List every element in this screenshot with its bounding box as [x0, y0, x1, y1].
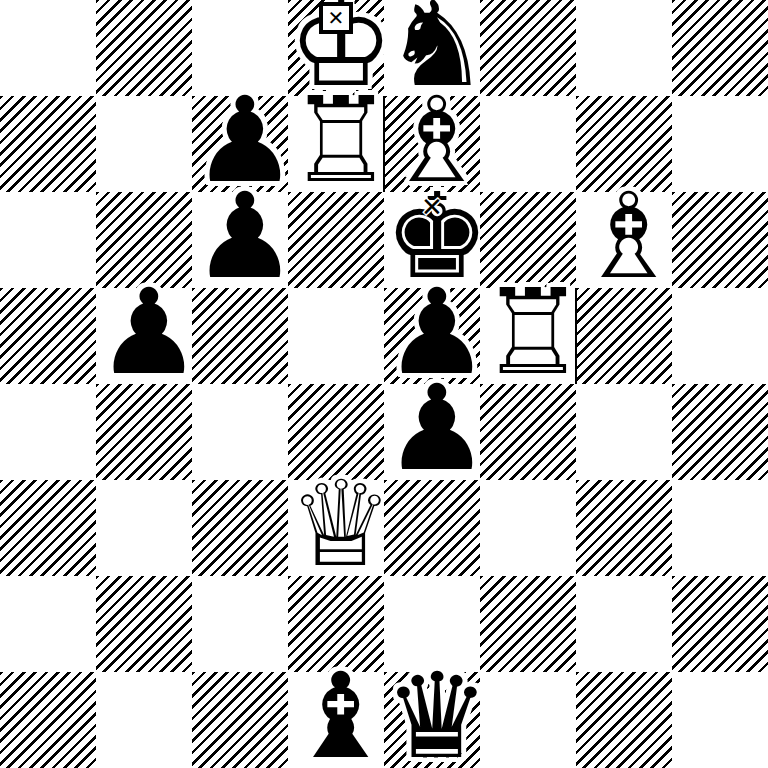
- square-a7[interactable]: [0, 96, 96, 192]
- square-h8[interactable]: [672, 0, 768, 96]
- square-h7[interactable]: [672, 96, 768, 192]
- square-h5[interactable]: [672, 288, 768, 384]
- square-c4[interactable]: [192, 384, 288, 480]
- square-d1[interactable]: ♝: [288, 672, 384, 768]
- square-h1[interactable]: [672, 672, 768, 768]
- square-f8[interactable]: [480, 0, 576, 96]
- square-g4[interactable]: [576, 384, 672, 480]
- white-bishop-icon[interactable]: ♗: [576, 192, 672, 288]
- square-g6[interactable]: ♗: [576, 192, 672, 288]
- square-h2[interactable]: [672, 576, 768, 672]
- black-queen-icon[interactable]: ♛: [384, 672, 480, 768]
- square-f5[interactable]: ♖: [480, 288, 576, 384]
- square-c1[interactable]: [192, 672, 288, 768]
- square-g1[interactable]: [576, 672, 672, 768]
- square-b7[interactable]: [96, 96, 192, 192]
- square-c3[interactable]: [192, 480, 288, 576]
- square-f2[interactable]: [480, 576, 576, 672]
- square-g5[interactable]: [576, 288, 672, 384]
- square-d5[interactable]: [288, 288, 384, 384]
- square-f4[interactable]: [480, 384, 576, 480]
- square-c6[interactable]: ♟: [192, 192, 288, 288]
- square-e1[interactable]: ♛: [384, 672, 480, 768]
- square-f7[interactable]: [480, 96, 576, 192]
- white-rook-icon[interactable]: ♖: [480, 288, 576, 384]
- square-g3[interactable]: [576, 480, 672, 576]
- black-pawn-icon[interactable]: ♟: [192, 192, 288, 288]
- square-a4[interactable]: [0, 384, 96, 480]
- white-queen-icon[interactable]: ♕: [288, 480, 384, 576]
- square-g8[interactable]: [576, 0, 672, 96]
- square-c5[interactable]: [192, 288, 288, 384]
- square-f3[interactable]: [480, 480, 576, 576]
- square-b1[interactable]: [96, 672, 192, 768]
- square-h6[interactable]: [672, 192, 768, 288]
- white-king-cross-marker-icon: ✕: [319, 2, 353, 34]
- square-g2[interactable]: [576, 576, 672, 672]
- square-h3[interactable]: [672, 480, 768, 576]
- square-h4[interactable]: [672, 384, 768, 480]
- square-b2[interactable]: [96, 576, 192, 672]
- square-a2[interactable]: [0, 576, 96, 672]
- square-a3[interactable]: [0, 480, 96, 576]
- square-f1[interactable]: [480, 672, 576, 768]
- square-a6[interactable]: [0, 192, 96, 288]
- square-e3[interactable]: [384, 480, 480, 576]
- white-rook-icon[interactable]: ♖: [288, 96, 384, 192]
- square-d6[interactable]: [288, 192, 384, 288]
- square-b4[interactable]: [96, 384, 192, 480]
- square-b8[interactable]: [96, 0, 192, 96]
- square-c2[interactable]: [192, 576, 288, 672]
- black-king-cross-marker-icon: ✕: [421, 194, 443, 220]
- square-a1[interactable]: [0, 672, 96, 768]
- square-e4[interactable]: ♟: [384, 384, 480, 480]
- black-bishop-icon[interactable]: ♝: [288, 672, 384, 768]
- square-a5[interactable]: [0, 288, 96, 384]
- square-b5[interactable]: ♟: [96, 288, 192, 384]
- square-b3[interactable]: [96, 480, 192, 576]
- square-d3[interactable]: ♕: [288, 480, 384, 576]
- square-d7[interactable]: ♖: [288, 96, 384, 192]
- black-pawn-icon[interactable]: ♟: [96, 288, 192, 384]
- black-pawn-icon[interactable]: ♟: [384, 384, 480, 480]
- chess-board: ✕♔♞♟♖♗♟✕♚♗♟♟♖♟♕♝♛: [0, 0, 768, 768]
- square-a8[interactable]: [0, 0, 96, 96]
